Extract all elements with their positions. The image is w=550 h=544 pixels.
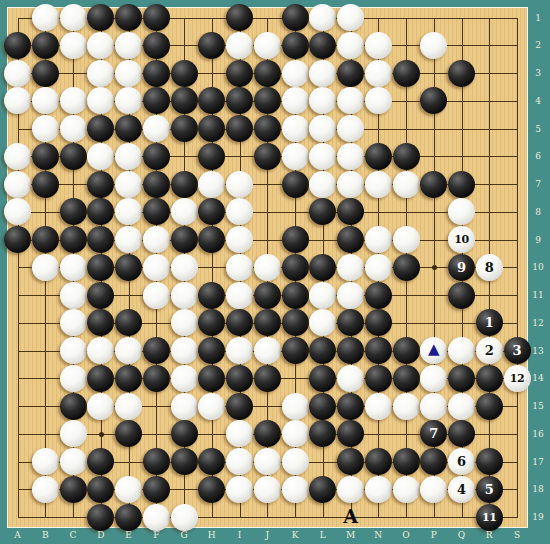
black-stone-D9[interactable] <box>87 226 114 253</box>
black-stone-G7[interactable] <box>171 171 198 198</box>
white-stone-I2[interactable] <box>226 32 253 59</box>
white-stone-E13[interactable] <box>115 337 142 364</box>
white-stone-I10[interactable] <box>226 254 253 281</box>
black-stone-B6[interactable] <box>32 143 59 170</box>
black-stone-F8[interactable] <box>143 198 170 225</box>
black-stone-I12[interactable] <box>226 309 253 336</box>
black-stone-F18[interactable] <box>143 476 170 503</box>
white-stone-M4[interactable] <box>337 87 364 114</box>
white-stone-I7[interactable] <box>226 171 253 198</box>
black-stone-L2[interactable] <box>309 32 336 59</box>
column-label-I: I <box>238 530 242 540</box>
white-stone-G8[interactable] <box>171 198 198 225</box>
white-stone-E18[interactable] <box>115 476 142 503</box>
black-stone-G17[interactable] <box>171 448 198 475</box>
column-label-L: L <box>320 530 326 540</box>
white-stone-S14[interactable]: 12 <box>504 365 531 392</box>
white-stone-J10[interactable] <box>254 254 281 281</box>
move-number-7: 7 <box>429 427 438 440</box>
move-number-8: 8 <box>485 261 494 274</box>
column-label-Q: Q <box>458 530 465 540</box>
row-label-18: 18 <box>532 484 543 494</box>
move-number-9: 9 <box>457 261 466 274</box>
black-stone-D10[interactable] <box>87 254 114 281</box>
black-stone-G9[interactable] <box>171 226 198 253</box>
white-stone-K6[interactable] <box>282 143 309 170</box>
move-number-3: 3 <box>512 344 521 357</box>
row-label-14: 14 <box>532 373 543 383</box>
row-label-1: 1 <box>535 13 541 23</box>
white-stone-N9[interactable] <box>365 226 392 253</box>
white-stone-G13[interactable] <box>171 337 198 364</box>
black-stone-R17[interactable] <box>476 448 503 475</box>
grid-line-v <box>517 18 518 519</box>
white-stone-K5[interactable] <box>282 115 309 142</box>
black-stone-F4[interactable] <box>143 87 170 114</box>
white-stone-D2[interactable] <box>87 32 114 59</box>
black-stone-I1[interactable] <box>226 4 253 31</box>
white-stone-M14[interactable] <box>337 365 364 392</box>
white-stone-K16[interactable] <box>282 420 309 447</box>
white-stone-E2[interactable] <box>115 32 142 59</box>
white-stone-C16[interactable] <box>60 420 87 447</box>
white-stone-F11[interactable] <box>143 282 170 309</box>
black-stone-O17[interactable] <box>393 448 420 475</box>
black-stone-I14[interactable] <box>226 365 253 392</box>
move-number-5: 5 <box>485 483 494 496</box>
column-label-C: C <box>70 530 77 540</box>
white-stone-L12[interactable] <box>309 309 336 336</box>
black-stone-B7[interactable] <box>32 171 59 198</box>
black-stone-N13[interactable] <box>365 337 392 364</box>
move-number-2: 2 <box>485 344 494 357</box>
black-stone-N17[interactable] <box>365 448 392 475</box>
black-stone-C18[interactable] <box>60 476 87 503</box>
black-stone-Q11[interactable] <box>448 282 475 309</box>
white-stone-J2[interactable] <box>254 32 281 59</box>
white-stone-Q9[interactable]: 10 <box>448 226 475 253</box>
white-stone-M2[interactable] <box>337 32 364 59</box>
black-stone-J4[interactable] <box>254 87 281 114</box>
black-stone-M12[interactable] <box>337 309 364 336</box>
black-stone-J3[interactable] <box>254 60 281 87</box>
white-stone-A6[interactable] <box>4 143 31 170</box>
white-stone-H7[interactable] <box>198 171 225 198</box>
white-stone-N18[interactable] <box>365 476 392 503</box>
black-stone-E5[interactable] <box>115 115 142 142</box>
move-number-12: 12 <box>510 373 524 384</box>
black-stone-K9[interactable] <box>282 226 309 253</box>
white-stone-G12[interactable] <box>171 309 198 336</box>
black-stone-J6[interactable] <box>254 143 281 170</box>
white-stone-M1[interactable] <box>337 4 364 31</box>
black-stone-F7[interactable] <box>143 171 170 198</box>
black-stone-H5[interactable] <box>198 115 225 142</box>
black-stone-H12[interactable] <box>198 309 225 336</box>
white-stone-M5[interactable] <box>337 115 364 142</box>
white-stone-D3[interactable] <box>87 60 114 87</box>
white-stone-M10[interactable] <box>337 254 364 281</box>
white-stone-C12[interactable] <box>60 309 87 336</box>
row-label-2: 2 <box>535 40 541 50</box>
white-stone-I16[interactable] <box>226 420 253 447</box>
white-stone-P13[interactable]: ▲ <box>420 337 447 364</box>
white-stone-A4[interactable] <box>4 87 31 114</box>
black-stone-H4[interactable] <box>198 87 225 114</box>
black-stone-H13[interactable] <box>198 337 225 364</box>
go-app-window: 10981▲2312764511A ABCDEFGHIJKLMNOPQRS123… <box>0 0 550 544</box>
black-stone-J14[interactable] <box>254 365 281 392</box>
black-stone-B3[interactable] <box>32 60 59 87</box>
black-stone-R18[interactable]: 5 <box>476 476 503 503</box>
row-label-6: 6 <box>535 151 541 161</box>
black-stone-B2[interactable] <box>32 32 59 59</box>
white-stone-J18[interactable] <box>254 476 281 503</box>
black-stone-Q10[interactable]: 9 <box>448 254 475 281</box>
row-label-3: 3 <box>535 68 541 78</box>
white-stone-N3[interactable] <box>365 60 392 87</box>
white-stone-O7[interactable] <box>393 171 420 198</box>
black-stone-G4[interactable] <box>171 87 198 114</box>
black-stone-O13[interactable] <box>393 337 420 364</box>
white-stone-O15[interactable] <box>393 393 420 420</box>
black-stone-J11[interactable] <box>254 282 281 309</box>
white-stone-I11[interactable] <box>226 282 253 309</box>
black-stone-D12[interactable] <box>87 309 114 336</box>
white-stone-H15[interactable] <box>198 393 225 420</box>
white-stone-B17[interactable] <box>32 448 59 475</box>
column-label-B: B <box>42 530 49 540</box>
white-stone-K3[interactable] <box>282 60 309 87</box>
black-stone-P16[interactable]: 7 <box>420 420 447 447</box>
black-stone-O10[interactable] <box>393 254 420 281</box>
white-stone-D15[interactable] <box>87 393 114 420</box>
move-number-11: 11 <box>482 512 496 523</box>
white-stone-B4[interactable] <box>32 87 59 114</box>
white-stone-N15[interactable] <box>365 393 392 420</box>
column-label-S: S <box>514 530 520 540</box>
white-stone-P2[interactable] <box>420 32 447 59</box>
black-stone-L10[interactable] <box>309 254 336 281</box>
row-label-10: 10 <box>532 262 543 272</box>
white-stone-C5[interactable] <box>60 115 87 142</box>
black-stone-P7[interactable] <box>420 171 447 198</box>
white-stone-A8[interactable] <box>4 198 31 225</box>
white-stone-L7[interactable] <box>309 171 336 198</box>
white-stone-N10[interactable] <box>365 254 392 281</box>
white-stone-P14[interactable] <box>420 365 447 392</box>
row-label-8: 8 <box>535 207 541 217</box>
white-stone-C17[interactable] <box>60 448 87 475</box>
white-stone-B18[interactable] <box>32 476 59 503</box>
white-stone-E3[interactable] <box>115 60 142 87</box>
white-stone-O9[interactable] <box>393 226 420 253</box>
white-stone-K4[interactable] <box>282 87 309 114</box>
white-stone-A7[interactable] <box>4 171 31 198</box>
go-board[interactable]: 10981▲2312764511A <box>7 7 528 528</box>
black-stone-H8[interactable] <box>198 198 225 225</box>
white-stone-E7[interactable] <box>115 171 142 198</box>
black-stone-M15[interactable] <box>337 393 364 420</box>
black-stone-E1[interactable] <box>115 4 142 31</box>
black-stone-N6[interactable] <box>365 143 392 170</box>
black-stone-F2[interactable] <box>143 32 170 59</box>
black-stone-M9[interactable] <box>337 226 364 253</box>
black-stone-O14[interactable] <box>393 365 420 392</box>
black-stone-J12[interactable] <box>254 309 281 336</box>
black-stone-I15[interactable] <box>226 393 253 420</box>
black-stone-H2[interactable] <box>198 32 225 59</box>
black-stone-M17[interactable] <box>337 448 364 475</box>
white-stone-P18[interactable] <box>420 476 447 503</box>
black-stone-F1[interactable] <box>143 4 170 31</box>
white-stone-F9[interactable] <box>143 226 170 253</box>
black-stone-D7[interactable] <box>87 171 114 198</box>
black-stone-D18[interactable] <box>87 476 114 503</box>
black-stone-L18[interactable] <box>309 476 336 503</box>
black-stone-E19[interactable] <box>115 504 142 531</box>
black-stone-M8[interactable] <box>337 198 364 225</box>
black-stone-K10[interactable] <box>282 254 309 281</box>
row-label-5: 5 <box>535 124 541 134</box>
star-point <box>99 432 104 437</box>
black-stone-C15[interactable] <box>60 393 87 420</box>
black-stone-C9[interactable] <box>60 226 87 253</box>
black-stone-C6[interactable] <box>60 143 87 170</box>
white-stone-D6[interactable] <box>87 143 114 170</box>
black-stone-G5[interactable] <box>171 115 198 142</box>
black-stone-K13[interactable] <box>282 337 309 364</box>
white-stone-F19[interactable] <box>143 504 170 531</box>
black-stone-M3[interactable] <box>337 60 364 87</box>
black-stone-R15[interactable] <box>476 393 503 420</box>
white-stone-J13[interactable] <box>254 337 281 364</box>
black-stone-E16[interactable] <box>115 420 142 447</box>
white-stone-O18[interactable] <box>393 476 420 503</box>
row-label-9: 9 <box>535 235 541 245</box>
black-stone-S13[interactable]: 3 <box>504 337 531 364</box>
white-stone-C1[interactable] <box>60 4 87 31</box>
black-stone-L8[interactable] <box>309 198 336 225</box>
column-label-R: R <box>486 530 493 540</box>
white-stone-C11[interactable] <box>60 282 87 309</box>
move-number-1: 1 <box>485 316 494 329</box>
black-stone-N11[interactable] <box>365 282 392 309</box>
white-stone-G19[interactable] <box>171 504 198 531</box>
black-stone-D8[interactable] <box>87 198 114 225</box>
black-stone-L13[interactable] <box>309 337 336 364</box>
black-stone-R14[interactable] <box>476 365 503 392</box>
black-stone-Q3[interactable] <box>448 60 475 87</box>
white-stone-R13[interactable]: 2 <box>476 337 503 364</box>
white-stone-C4[interactable] <box>60 87 87 114</box>
white-stone-L6[interactable] <box>309 143 336 170</box>
white-stone-E6[interactable] <box>115 143 142 170</box>
black-stone-D5[interactable] <box>87 115 114 142</box>
white-stone-C14[interactable] <box>60 365 87 392</box>
black-stone-F14[interactable] <box>143 365 170 392</box>
black-stone-D11[interactable] <box>87 282 114 309</box>
white-stone-A3[interactable] <box>4 60 31 87</box>
white-stone-M6[interactable] <box>337 143 364 170</box>
white-stone-L1[interactable] <box>309 4 336 31</box>
row-label-12: 12 <box>532 318 543 328</box>
black-stone-H18[interactable] <box>198 476 225 503</box>
black-stone-F13[interactable] <box>143 337 170 364</box>
black-stone-H6[interactable] <box>198 143 225 170</box>
white-stone-M11[interactable] <box>337 282 364 309</box>
row-label-4: 4 <box>535 96 541 106</box>
white-stone-L3[interactable] <box>309 60 336 87</box>
white-stone-N2[interactable] <box>365 32 392 59</box>
white-stone-R10[interactable]: 8 <box>476 254 503 281</box>
black-stone-A9[interactable] <box>4 226 31 253</box>
black-stone-F6[interactable] <box>143 143 170 170</box>
white-stone-E4[interactable] <box>115 87 142 114</box>
white-stone-G15[interactable] <box>171 393 198 420</box>
column-label-E: E <box>125 530 132 540</box>
black-stone-P4[interactable] <box>420 87 447 114</box>
white-stone-D13[interactable] <box>87 337 114 364</box>
white-stone-K15[interactable] <box>282 393 309 420</box>
white-stone-I13[interactable] <box>226 337 253 364</box>
white-stone-C2[interactable] <box>60 32 87 59</box>
white-stone-Q15[interactable] <box>448 393 475 420</box>
black-stone-H17[interactable] <box>198 448 225 475</box>
row-label-11: 11 <box>532 290 543 300</box>
black-stone-N12[interactable] <box>365 309 392 336</box>
white-stone-L5[interactable] <box>309 115 336 142</box>
white-stone-B1[interactable] <box>32 4 59 31</box>
row-label-13: 13 <box>532 346 543 356</box>
white-stone-J17[interactable] <box>254 448 281 475</box>
column-label-N: N <box>374 530 382 540</box>
column-label-K: K <box>292 530 299 540</box>
black-stone-H9[interactable] <box>198 226 225 253</box>
move-number-6: 6 <box>457 455 466 468</box>
black-stone-O3[interactable] <box>393 60 420 87</box>
white-stone-I18[interactable] <box>226 476 253 503</box>
black-stone-L16[interactable] <box>309 420 336 447</box>
column-label-F: F <box>153 530 159 540</box>
white-stone-G10[interactable] <box>171 254 198 281</box>
white-stone-L11[interactable] <box>309 282 336 309</box>
white-stone-I17[interactable] <box>226 448 253 475</box>
black-stone-A2[interactable] <box>4 32 31 59</box>
white-stone-N7[interactable] <box>365 171 392 198</box>
white-stone-C13[interactable] <box>60 337 87 364</box>
white-stone-B5[interactable] <box>32 115 59 142</box>
white-stone-E8[interactable] <box>115 198 142 225</box>
black-stone-K12[interactable] <box>282 309 309 336</box>
black-stone-D1[interactable] <box>87 4 114 31</box>
column-label-H: H <box>208 530 216 540</box>
column-label-G: G <box>180 530 187 540</box>
white-stone-M7[interactable] <box>337 171 364 198</box>
white-stone-N4[interactable] <box>365 87 392 114</box>
black-stone-F3[interactable] <box>143 60 170 87</box>
black-stone-G16[interactable] <box>171 420 198 447</box>
black-stone-E12[interactable] <box>115 309 142 336</box>
white-stone-I8[interactable] <box>226 198 253 225</box>
black-stone-K11[interactable] <box>282 282 309 309</box>
black-stone-I4[interactable] <box>226 87 253 114</box>
black-stone-M16[interactable] <box>337 420 364 447</box>
white-stone-I9[interactable] <box>226 226 253 253</box>
white-stone-G11[interactable] <box>171 282 198 309</box>
black-stone-E10[interactable] <box>115 254 142 281</box>
row-label-19: 19 <box>532 512 543 522</box>
black-stone-R12[interactable]: 1 <box>476 309 503 336</box>
white-stone-Q18[interactable]: 4 <box>448 476 475 503</box>
column-label-P: P <box>431 530 437 540</box>
white-stone-K18[interactable] <box>282 476 309 503</box>
black-stone-Q14[interactable] <box>448 365 475 392</box>
black-stone-K2[interactable] <box>282 32 309 59</box>
black-stone-M13[interactable] <box>337 337 364 364</box>
white-stone-F5[interactable] <box>143 115 170 142</box>
triangle-marker-icon: ▲ <box>428 342 440 357</box>
white-stone-G14[interactable] <box>171 365 198 392</box>
black-stone-R19[interactable]: 11 <box>476 504 503 531</box>
white-stone-E15[interactable] <box>115 393 142 420</box>
black-stone-B9[interactable] <box>32 226 59 253</box>
black-stone-D19[interactable] <box>87 504 114 531</box>
white-stone-B10[interactable] <box>32 254 59 281</box>
black-stone-K1[interactable] <box>282 4 309 31</box>
letter-annotation-A: A <box>343 505 358 527</box>
move-number-10: 10 <box>454 234 468 245</box>
black-stone-F17[interactable] <box>143 448 170 475</box>
row-label-16: 16 <box>532 429 543 439</box>
white-stone-K17[interactable] <box>282 448 309 475</box>
white-stone-P15[interactable] <box>420 393 447 420</box>
black-stone-K7[interactable] <box>282 171 309 198</box>
white-stone-M18[interactable] <box>337 476 364 503</box>
star-point <box>432 265 437 270</box>
white-stone-Q13[interactable] <box>448 337 475 364</box>
black-stone-Q16[interactable] <box>448 420 475 447</box>
black-stone-C8[interactable] <box>60 198 87 225</box>
row-label-17: 17 <box>532 457 543 467</box>
white-stone-Q17[interactable]: 6 <box>448 448 475 475</box>
black-stone-G3[interactable] <box>171 60 198 87</box>
black-stone-J16[interactable] <box>254 420 281 447</box>
white-stone-L4[interactable] <box>309 87 336 114</box>
white-stone-F10[interactable] <box>143 254 170 281</box>
black-stone-N14[interactable] <box>365 365 392 392</box>
black-stone-H11[interactable] <box>198 282 225 309</box>
black-stone-D17[interactable] <box>87 448 114 475</box>
black-stone-I3[interactable] <box>226 60 253 87</box>
row-label-15: 15 <box>532 401 543 411</box>
black-stone-P17[interactable] <box>420 448 447 475</box>
black-stone-E14[interactable] <box>115 365 142 392</box>
white-stone-D4[interactable] <box>87 87 114 114</box>
black-stone-Q7[interactable] <box>448 171 475 198</box>
black-stone-D14[interactable] <box>87 365 114 392</box>
black-stone-L14[interactable] <box>309 365 336 392</box>
column-label-O: O <box>402 530 409 540</box>
black-stone-H14[interactable] <box>198 365 225 392</box>
white-stone-E9[interactable] <box>115 226 142 253</box>
black-stone-L15[interactable] <box>309 393 336 420</box>
white-stone-C10[interactable] <box>60 254 87 281</box>
black-stone-I5[interactable] <box>226 115 253 142</box>
white-stone-Q8[interactable] <box>448 198 475 225</box>
black-stone-O6[interactable] <box>393 143 420 170</box>
black-stone-J5[interactable] <box>254 115 281 142</box>
